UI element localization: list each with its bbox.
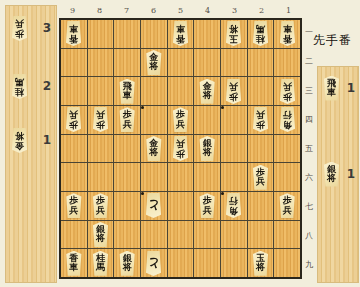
piece-kanji: 車 [176,24,185,34]
piece-kanji: 香 [69,34,78,44]
turn-indicator: 先手番 [313,32,359,49]
piece-kanji: 兵 [69,110,78,120]
piece-kanji: と [148,199,160,212]
piece-kanji: 車 [69,24,78,34]
board-cell-8三[interactable] [88,77,114,105]
board-cell-2一[interactable]: 桂馬 [248,20,274,48]
piece-pawn-gote[interactable]: 歩兵 [277,79,298,104]
board-cell-2九[interactable]: 玉将 [248,249,274,277]
hand-count: 2 [43,79,53,93]
board-cell-8一[interactable] [88,20,114,48]
piece-kanji: 馬 [15,77,24,87]
piece-pawn-sente[interactable]: 歩兵 [277,193,298,218]
file-label-2: 2 [248,6,275,15]
piece-kanji: 歩 [229,91,238,101]
board-cell-2七[interactable] [248,192,274,220]
piece-pawn-sente[interactable]: 歩兵 [250,165,271,190]
board-cell-5一[interactable]: 香車 [168,20,194,48]
board-cell-7八[interactable] [114,221,140,249]
board-cell-7五[interactable] [114,135,140,163]
file-label-6: 6 [140,6,167,15]
board-cell-5七[interactable] [168,192,194,220]
piece-bishop-gote[interactable]: 角行 [223,193,244,218]
piece-rook-sente[interactable]: 飛車 [117,79,138,104]
rank-label: 三 [303,76,315,105]
piece-kanji: 兵 [69,206,78,216]
board-cell-6九[interactable]: と [141,249,167,277]
piece-kanji: 将 [203,148,212,158]
piece-kanji: 歩 [283,91,292,101]
board-cell-6七[interactable]: と [141,192,167,220]
rank-labels: 一二三四五六七八九 [303,18,315,279]
board-cell-3六[interactable] [221,163,247,191]
piece-gold-sente[interactable]: 金将 [143,136,164,161]
board-cell-9一[interactable]: 香車 [61,20,87,48]
board-cell-1六[interactable] [274,163,300,191]
board-cell-7九[interactable]: 銀将 [114,249,140,277]
gote-hand-tray: 歩兵3桂馬2金将1 [5,5,57,283]
board-cell-4二[interactable] [194,49,220,77]
board-cell-9三[interactable] [61,77,87,105]
piece-lance-gote[interactable]: 香車 [277,21,298,46]
piece-pawn-sente[interactable]: 歩兵 [117,107,138,132]
board-cell-6四[interactable] [141,106,167,134]
hand-item-silver[interactable]: 銀将1 [321,160,357,188]
piece-rook-sente[interactable]: 飛車 [321,76,342,101]
board-cell-4一[interactable] [194,20,220,48]
board-cell-8五[interactable] [88,135,114,163]
board-cell-4六[interactable] [194,163,220,191]
board-cell-7二[interactable] [114,49,140,77]
piece-pawn-gote[interactable]: 歩兵 [90,107,111,132]
piece-kanji: 香 [176,34,185,44]
piece-gold-sente[interactable]: 金将 [143,50,164,75]
piece-pawn-gote[interactable]: 歩兵 [9,16,30,41]
board-cell-7六[interactable] [114,163,140,191]
board-cell-5八[interactable] [168,221,194,249]
star-point [141,192,144,195]
piece-gold-sente[interactable]: 金将 [197,79,218,104]
board-cell-6八[interactable] [141,221,167,249]
rank-label: 二 [303,47,315,76]
piece-pawn-sente[interactable]: 歩兵 [170,107,191,132]
board-cell-7四[interactable]: 歩兵 [114,106,140,134]
piece-gold-gote[interactable]: 金将 [9,128,30,153]
board-cell-5六[interactable] [168,163,194,191]
file-labels: 987654321 [59,6,302,15]
board-cell-4九[interactable] [194,249,220,277]
piece-kanji: 将 [123,263,132,273]
piece-kanji: 金 [15,140,24,150]
piece-kanji: 将 [327,174,336,184]
rank-label: 八 [303,221,315,250]
piece-pawn-gote[interactable]: 歩兵 [170,136,191,161]
piece-kanji: 兵 [123,120,132,130]
piece-kanji: 車 [283,24,292,34]
piece-kanji: 兵 [96,110,105,120]
hand-count: 1 [43,133,53,147]
board-cell-1五[interactable] [274,135,300,163]
piece-silver-sente[interactable]: 銀将 [321,162,342,187]
piece-silver-sente[interactable]: 銀将 [117,251,138,276]
piece-lance-gote[interactable]: 香車 [63,21,84,46]
board-cell-2二[interactable] [248,49,274,77]
board-cell-2四[interactable]: 歩兵 [248,106,274,134]
board-cell-1七[interactable]: 歩兵 [274,192,300,220]
board-cell-2六[interactable]: 歩兵 [248,163,274,191]
board-cell-9二[interactable] [61,49,87,77]
file-label-4: 4 [194,6,221,15]
board-cell-6一[interactable] [141,20,167,48]
file-label-8: 8 [86,6,113,15]
board-cell-3七[interactable]: 角行 [221,192,247,220]
board-cell-9八[interactable] [61,221,87,249]
piece-kanji: 将 [229,24,238,34]
board-cell-5五[interactable]: 歩兵 [168,135,194,163]
piece-king-gote[interactable]: 玉将 [223,21,244,46]
board-cell-9六[interactable] [61,163,87,191]
file-label-1: 1 [275,6,302,15]
piece-kanji: 兵 [283,82,292,92]
board-cell-4七[interactable]: 歩兵 [194,192,220,220]
piece-kanji: 兵 [256,177,265,187]
piece-pawn-sente[interactable]: 歩兵 [63,193,84,218]
piece-pawn-gote[interactable]: 歩兵 [250,107,271,132]
piece-kanji: 車 [327,88,336,98]
file-label-9: 9 [59,6,86,15]
piece-kanji: 馬 [96,263,105,273]
board-cell-9四[interactable]: 歩兵 [61,106,87,134]
shogi-diagram: 歩兵3桂馬2金将1 987654321 一二三四五六七八九 香車香車玉将桂馬香車… [0,0,360,287]
piece-tokin-gote[interactable]: と [143,193,164,218]
file-label-7: 7 [113,6,140,15]
piece-kanji: 馬 [256,24,265,34]
board-cell-4四[interactable] [194,106,220,134]
piece-kanji: 桂 [256,34,265,44]
board-cell-6六[interactable] [141,163,167,191]
piece-tokin-gote[interactable]: と [143,251,164,276]
piece-kanji: 行 [229,196,238,206]
board-cell-5九[interactable] [168,249,194,277]
star-point [221,106,224,109]
board-cell-3二[interactable] [221,49,247,77]
hand-item-rook[interactable]: 飛車1 [321,74,357,102]
piece-kanji: 兵 [283,206,292,216]
file-label-5: 5 [167,6,194,15]
piece-kanji: 香 [283,34,292,44]
piece-kanji: 車 [69,263,78,273]
piece-lance-sente[interactable]: 香車 [63,251,84,276]
piece-kanji: 将 [149,62,158,72]
piece-kanji: 歩 [96,120,105,130]
board-cell-3五[interactable] [221,135,247,163]
board-cell-8七[interactable]: 歩兵 [88,192,114,220]
hand-count: 1 [347,167,357,181]
hand-item-gold[interactable]: 金将1 [9,126,53,154]
piece-kanji: 歩 [176,148,185,158]
file-label-3: 3 [221,6,248,15]
board-cell-1三[interactable]: 歩兵 [274,77,300,105]
piece-kanji: 歩 [15,28,24,38]
rank-label: 九 [303,250,315,279]
piece-kanji: 兵 [176,120,185,130]
board-cell-6三[interactable] [141,77,167,105]
piece-kanji: 将 [256,263,265,273]
board-cell-8八[interactable]: 銀将 [88,221,114,249]
piece-bishop-gote[interactable]: 角行 [277,107,298,132]
piece-pawn-gote[interactable]: 歩兵 [223,79,244,104]
piece-pawn-sente[interactable]: 歩兵 [197,193,218,218]
board-cell-9七[interactable]: 歩兵 [61,192,87,220]
piece-kanji: 将 [203,91,212,101]
piece-kanji: 歩 [69,120,78,130]
piece-kanji: 将 [149,148,158,158]
piece-kanji: と [148,257,160,270]
piece-kanji: 兵 [256,110,265,120]
piece-kanji: 将 [96,234,105,244]
hand-count: 3 [43,21,53,35]
piece-kanji: 兵 [176,139,185,149]
piece-knight-sente[interactable]: 桂馬 [90,251,111,276]
board-cell-5二[interactable] [168,49,194,77]
piece-silver-sente[interactable]: 銀将 [197,136,218,161]
sente-hand-tray: 飛車1銀将1 [317,66,359,283]
board-cell-6二[interactable]: 金将 [141,49,167,77]
board-cell-2八[interactable] [248,221,274,249]
board-cell-3三[interactable]: 歩兵 [221,77,247,105]
board-cell-4八[interactable] [194,221,220,249]
piece-lance-gote[interactable]: 香車 [170,21,191,46]
board-cell-7一[interactable] [114,20,140,48]
board-cell-8四[interactable]: 歩兵 [88,106,114,134]
rank-label: 七 [303,192,315,221]
board-cell-3九[interactable] [221,249,247,277]
piece-knight-gote[interactable]: 桂馬 [250,21,271,46]
board-cell-5三[interactable] [168,77,194,105]
piece-kanji: 角 [229,206,238,216]
board-cell-1八[interactable] [274,221,300,249]
board-cell-4三[interactable]: 金将 [194,77,220,105]
star-point [221,192,224,195]
board-grid: 香車香車玉将桂馬香車金将飛車金将歩兵歩兵歩兵歩兵歩兵歩兵歩兵角行金将歩兵銀将歩兵… [61,20,300,277]
star-point [141,106,144,109]
board-cell-1四[interactable]: 角行 [274,106,300,134]
piece-kanji: 兵 [229,82,238,92]
board-cell-4五[interactable]: 銀将 [194,135,220,163]
piece-knight-gote[interactable]: 桂馬 [9,74,30,99]
piece-pawn-gote[interactable]: 歩兵 [63,107,84,132]
piece-pawn-sente[interactable]: 歩兵 [90,193,111,218]
board-cell-1九[interactable] [274,249,300,277]
hand-item-pawn[interactable]: 歩兵3 [9,14,53,42]
rank-label: 四 [303,105,315,134]
rank-label: 六 [303,163,315,192]
board-cell-2三[interactable] [248,77,274,105]
piece-kanji: 兵 [96,206,105,216]
piece-kanji: 角 [283,120,292,130]
board-cell-1一[interactable]: 香車 [274,20,300,48]
piece-kanji: 玉 [229,34,238,44]
hand-item-knight[interactable]: 桂馬2 [9,72,53,100]
rank-label: 五 [303,134,315,163]
board-cell-8六[interactable] [88,163,114,191]
piece-kanji: 歩 [256,120,265,130]
board-cell-9五[interactable] [61,135,87,163]
piece-kanji: 車 [123,91,132,101]
board-cell-2五[interactable] [248,135,274,163]
board-cell-3一[interactable]: 玉将 [221,20,247,48]
board-cell-8九[interactable]: 桂馬 [88,249,114,277]
piece-kanji: 桂 [15,86,24,96]
piece-kanji: 将 [15,131,24,141]
shogi-board: 香車香車玉将桂馬香車金将飛車金将歩兵歩兵歩兵歩兵歩兵歩兵歩兵角行金将歩兵銀将歩兵… [59,18,302,279]
board-cell-7七[interactable] [114,192,140,220]
board-cell-9九[interactable]: 香車 [61,249,87,277]
board-cell-5四[interactable]: 歩兵 [168,106,194,134]
board-cell-7三[interactable]: 飛車 [114,77,140,105]
board-cell-3四[interactable] [221,106,247,134]
board-cell-6五[interactable]: 金将 [141,135,167,163]
board-cell-1二[interactable] [274,49,300,77]
piece-kanji: 兵 [203,206,212,216]
piece-kanji: 兵 [15,19,24,29]
board-cell-3八[interactable] [221,221,247,249]
piece-silver-sente[interactable]: 銀将 [90,222,111,247]
hand-count: 1 [347,81,357,95]
board-cell-8二[interactable] [88,49,114,77]
piece-king-sente[interactable]: 玉将 [250,251,271,276]
piece-kanji: 行 [283,110,292,120]
